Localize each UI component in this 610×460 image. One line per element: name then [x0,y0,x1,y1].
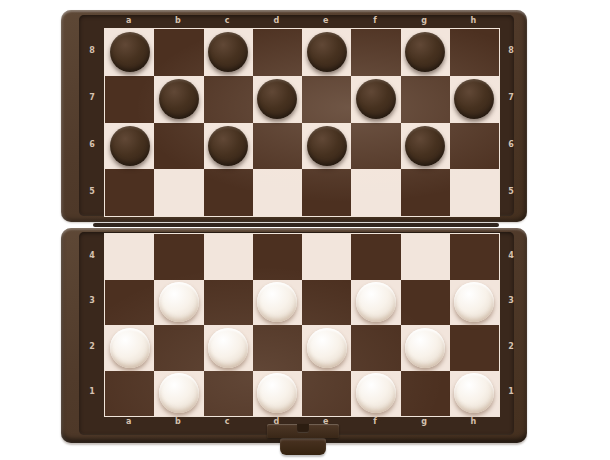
file-label-bottom-b: b [153,418,202,426]
white-checker-h3[interactable] [454,282,494,322]
square-a6[interactable] [105,123,154,170]
file-label-bottom-c: c [203,418,252,426]
square-e2[interactable] [302,325,351,371]
square-c1[interactable] [204,371,253,417]
square-h5[interactable] [450,169,499,216]
white-checker-c2[interactable] [208,328,248,368]
file-label-top-e: e [301,17,350,25]
white-checker-d1[interactable] [257,373,297,413]
square-b5[interactable] [154,169,203,216]
square-f1[interactable] [351,371,400,417]
square-c3[interactable] [204,280,253,326]
square-c7[interactable] [204,76,253,123]
rank-labels-top-right: 8765 [500,28,522,215]
square-c8[interactable] [204,29,253,76]
black-checker-d7[interactable] [257,79,297,119]
white-checker-e2[interactable] [307,328,347,368]
rank-label-left-4: 4 [81,233,103,279]
rank-label-left-2: 2 [81,324,103,370]
square-c6[interactable] [204,123,253,170]
file-label-top-f: f [350,17,399,25]
square-b4[interactable] [154,234,203,280]
rank-labels-top-left: 8765 [81,28,103,215]
square-e3[interactable] [302,280,351,326]
square-e5[interactable] [302,169,351,216]
rank-label-right-3: 3 [500,279,522,325]
square-f3[interactable] [351,280,400,326]
square-f4[interactable] [351,234,400,280]
white-checker-g2[interactable] [405,328,445,368]
white-checker-b1[interactable] [159,373,199,413]
square-d4[interactable] [253,234,302,280]
rank-label-right-8: 8 [500,28,522,75]
white-checker-h1[interactable] [454,373,494,413]
white-checker-b3[interactable] [159,282,199,322]
rank-label-left-3: 3 [81,279,103,325]
square-d5[interactable] [253,169,302,216]
rank-label-right-4: 4 [500,233,522,279]
square-a8[interactable] [105,29,154,76]
square-h6[interactable] [450,123,499,170]
square-e8[interactable] [302,29,351,76]
square-b3[interactable] [154,280,203,326]
black-checker-f7[interactable] [356,79,396,119]
square-b2[interactable] [154,325,203,371]
black-checker-g6[interactable] [405,126,445,166]
square-f2[interactable] [351,325,400,371]
folding-checkers-set: abcdefgh 8765 8765 abcdefgh 4321 4321 [61,10,527,456]
square-h1[interactable] [450,371,499,417]
square-h2[interactable] [450,325,499,371]
square-d3[interactable] [253,280,302,326]
white-checker-d3[interactable] [257,282,297,322]
file-labels-top: abcdefgh [104,17,498,25]
square-g3[interactable] [401,280,450,326]
square-a2[interactable] [105,325,154,371]
square-d1[interactable] [253,371,302,417]
square-f6[interactable] [351,123,400,170]
checkerboard-bottom-half [104,233,500,417]
black-checker-h7[interactable] [454,79,494,119]
rank-labels-bottom-left: 4321 [81,233,103,415]
black-checker-a8[interactable] [110,32,150,72]
square-f7[interactable] [351,76,400,123]
square-f5[interactable] [351,169,400,216]
rank-labels-bottom-right: 4321 [500,233,522,415]
rank-label-right-1: 1 [500,370,522,416]
black-checker-b7[interactable] [159,79,199,119]
clasp-latch-upper[interactable] [267,424,339,438]
rank-label-left-8: 8 [81,28,103,75]
rank-label-left-1: 1 [81,370,103,416]
square-g6[interactable] [401,123,450,170]
rank-label-right-7: 7 [500,75,522,122]
file-label-top-g: g [400,17,449,25]
checkerboard-top-half [104,28,500,217]
square-a7[interactable] [105,76,154,123]
square-a5[interactable] [105,169,154,216]
square-g8[interactable] [401,29,450,76]
square-b6[interactable] [154,123,203,170]
file-label-bottom-f: f [350,418,399,426]
clasp-latch-tab[interactable] [280,438,326,455]
square-g1[interactable] [401,371,450,417]
square-c5[interactable] [204,169,253,216]
square-b1[interactable] [154,371,203,417]
white-checker-f1[interactable] [356,373,396,413]
square-d7[interactable] [253,76,302,123]
clasp-notch [297,424,309,433]
square-e4[interactable] [302,234,351,280]
file-label-top-b: b [153,17,202,25]
square-b7[interactable] [154,76,203,123]
black-checker-a6[interactable] [110,126,150,166]
square-b8[interactable] [154,29,203,76]
square-h4[interactable] [450,234,499,280]
square-f8[interactable] [351,29,400,76]
file-label-top-h: h [449,17,498,25]
black-checker-g8[interactable] [405,32,445,72]
square-e1[interactable] [302,371,351,417]
board-top-half: abcdefgh 8765 8765 [61,10,527,222]
square-h8[interactable] [450,29,499,76]
rank-label-left-7: 7 [81,75,103,122]
file-label-bottom-a: a [104,418,153,426]
black-checker-e8[interactable] [307,32,347,72]
black-checker-c8[interactable] [208,32,248,72]
square-g4[interactable] [401,234,450,280]
white-checker-f3[interactable] [356,282,396,322]
square-d2[interactable] [253,325,302,371]
hinge-seam [93,223,499,227]
square-d8[interactable] [253,29,302,76]
file-label-bottom-h: h [449,418,498,426]
square-g2[interactable] [401,325,450,371]
file-label-top-a: a [104,17,153,25]
file-label-top-c: c [203,17,252,25]
square-a4[interactable] [105,234,154,280]
square-a1[interactable] [105,371,154,417]
rank-label-right-6: 6 [500,122,522,169]
square-h3[interactable] [450,280,499,326]
square-e6[interactable] [302,123,351,170]
rank-label-right-5: 5 [500,168,522,215]
square-g5[interactable] [401,169,450,216]
square-g7[interactable] [401,76,450,123]
file-label-bottom-g: g [400,418,449,426]
rank-label-left-5: 5 [81,168,103,215]
black-checker-e6[interactable] [307,126,347,166]
square-a3[interactable] [105,280,154,326]
square-h7[interactable] [450,76,499,123]
square-d6[interactable] [253,123,302,170]
square-c4[interactable] [204,234,253,280]
white-checker-a2[interactable] [110,328,150,368]
black-checker-c6[interactable] [208,126,248,166]
board-bottom-half: abcdefgh 4321 4321 [61,228,527,443]
square-c2[interactable] [204,325,253,371]
rank-label-left-6: 6 [81,122,103,169]
square-e7[interactable] [302,76,351,123]
rank-label-right-2: 2 [500,324,522,370]
file-label-top-d: d [252,17,301,25]
